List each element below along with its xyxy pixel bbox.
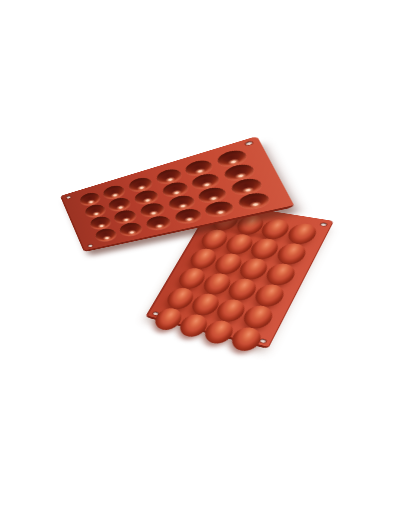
- hang-hole: [88, 244, 93, 247]
- dome-bump: [284, 222, 320, 246]
- hang-hole: [260, 339, 267, 343]
- dome-bump: [273, 242, 309, 267]
- product-photo-stage: [0, 0, 410, 509]
- hang-hole: [66, 196, 71, 199]
- hang-hole: [320, 223, 327, 227]
- hang-hole: [245, 141, 253, 146]
